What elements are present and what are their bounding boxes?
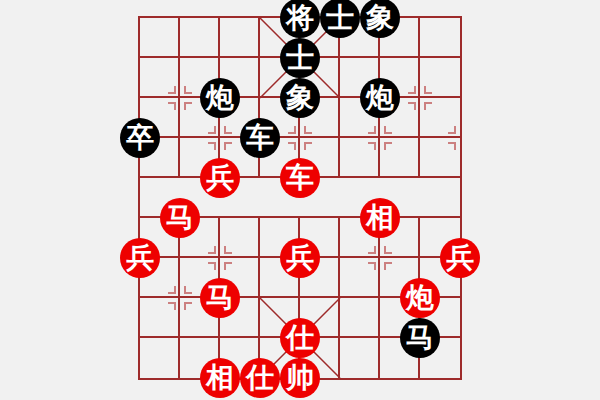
piece-red-chariot[interactable]: 车 [280,158,320,198]
piece-red-horse[interactable]: 马 [160,198,200,238]
piece-red-horse[interactable]: 马 [200,278,240,318]
piece-red-soldier[interactable]: 兵 [440,238,480,278]
piece-black-chariot[interactable]: 车 [240,118,280,158]
piece-red-general[interactable]: 帅 [280,358,320,398]
piece-red-advisor[interactable]: 仕 [240,358,280,398]
pieces-layer: 将士象士炮象炮卒车兵车马相兵兵兵马炮仕马相仕帅 [140,18,460,378]
piece-black-general[interactable]: 将 [280,0,320,38]
piece-black-cannon[interactable]: 炮 [360,78,400,118]
piece-red-soldier[interactable]: 兵 [120,238,160,278]
piece-black-elephant[interactable]: 象 [360,0,400,38]
piece-black-cannon[interactable]: 炮 [200,78,240,118]
piece-red-soldier[interactable]: 兵 [200,158,240,198]
piece-black-elephant[interactable]: 象 [280,78,320,118]
piece-black-horse[interactable]: 马 [400,318,440,358]
xiangqi-app: 将士象士炮象炮卒车兵车马相兵兵兵马炮仕马相仕帅 [0,0,600,400]
piece-red-advisor[interactable]: 仕 [280,318,320,358]
piece-red-cannon[interactable]: 炮 [400,278,440,318]
piece-red-elephant[interactable]: 相 [360,198,400,238]
piece-red-elephant[interactable]: 相 [200,358,240,398]
piece-black-advisor[interactable]: 士 [320,0,360,38]
piece-black-advisor[interactable]: 士 [280,38,320,78]
piece-black-soldier[interactable]: 卒 [120,118,160,158]
piece-red-soldier[interactable]: 兵 [280,238,320,278]
